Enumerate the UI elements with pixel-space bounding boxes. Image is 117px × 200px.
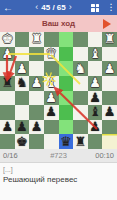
square-f1[interactable]: ♜	[29, 32, 44, 47]
square-c8[interactable]: ♜	[73, 134, 88, 149]
move-prompt-bar: Ваш ход	[0, 15, 117, 32]
square-b1[interactable]	[88, 32, 103, 47]
square-a1[interactable]: ♜	[102, 32, 117, 47]
square-a2[interactable]	[102, 47, 117, 62]
square-c3[interactable]: ♞	[73, 61, 88, 76]
caption-ellipsis: [...]	[0, 163, 117, 173]
square-h1[interactable]: ♚	[0, 32, 15, 47]
square-b8[interactable]	[88, 134, 103, 149]
square-f2[interactable]	[29, 47, 44, 62]
piece-wP-g3[interactable]: ♟	[16, 62, 28, 76]
piece-wB-e4[interactable]: ♝	[45, 76, 57, 90]
square-d5[interactable]	[59, 91, 74, 106]
puzzle-list-grid-icon[interactable]	[91, 4, 99, 12]
square-h6[interactable]	[0, 105, 15, 120]
square-b4[interactable]: ♟	[88, 76, 103, 91]
square-a5[interactable]	[102, 91, 117, 106]
square-h2[interactable]: ♟	[0, 47, 15, 62]
chapter-title: Решающий перевес	[0, 173, 117, 184]
square-e7[interactable]	[44, 120, 59, 135]
square-d2[interactable]	[59, 47, 74, 62]
piece-bP-b5[interactable]: ♟	[89, 91, 101, 105]
square-b6[interactable]: ♝	[88, 105, 103, 120]
piece-wP-h2[interactable]: ♟	[1, 47, 13, 61]
puzzle-number-label: #723	[36, 151, 81, 160]
puzzle-pager: ‹ 45 / 65 ›	[16, 0, 91, 15]
square-g2[interactable]	[15, 47, 30, 62]
square-e3[interactable]	[44, 61, 59, 76]
square-g5[interactable]	[15, 91, 30, 106]
overflow-menu-icon[interactable]: ⋮	[106, 0, 116, 15]
piece-wQ-e2[interactable]: ♛	[45, 47, 57, 61]
square-c1[interactable]	[73, 32, 88, 47]
square-e6[interactable]: ♟	[44, 105, 59, 120]
square-h8[interactable]	[0, 134, 15, 149]
square-d1[interactable]	[59, 32, 74, 47]
square-a8[interactable]	[102, 134, 117, 149]
next-puzzle-button[interactable]: ›	[69, 0, 72, 15]
square-c2[interactable]	[73, 47, 88, 62]
square-g4[interactable]: ♞	[15, 76, 30, 91]
piece-bR-c8[interactable]: ♜	[75, 135, 87, 149]
square-g7[interactable]: ♟	[15, 120, 30, 135]
square-f8[interactable]	[29, 134, 44, 149]
square-f6[interactable]	[29, 105, 44, 120]
prev-puzzle-button[interactable]: ‹	[35, 0, 38, 15]
square-b7[interactable]: ♟	[88, 120, 103, 135]
piece-wP-b4[interactable]: ♟	[89, 76, 101, 90]
square-f4[interactable]: ♟	[29, 76, 44, 91]
square-a7[interactable]	[102, 120, 117, 135]
square-f3[interactable]	[29, 61, 44, 76]
square-g6[interactable]	[15, 105, 30, 120]
square-d7[interactable]	[59, 120, 74, 135]
square-h4[interactable]: ♜	[0, 76, 15, 91]
piece-wN-c3[interactable]: ♞	[75, 62, 87, 76]
piece-bB-b6[interactable]: ♝	[89, 105, 101, 119]
square-e2[interactable]: ♛	[44, 47, 59, 62]
square-a3[interactable]: ♟	[102, 61, 117, 76]
square-f7[interactable]: ♟	[29, 120, 44, 135]
square-g3[interactable]: ♟	[15, 61, 30, 76]
your-move-label: Ваш ход	[0, 19, 103, 28]
piece-wR-a1[interactable]: ♜	[104, 32, 116, 46]
square-h5[interactable]	[0, 91, 15, 106]
piece-bN-g4[interactable]: ♞	[16, 76, 28, 90]
square-b3[interactable]	[88, 61, 103, 76]
square-d3[interactable]	[59, 61, 74, 76]
square-e4[interactable]: ♝	[44, 76, 59, 91]
score-label: 0/16	[0, 151, 36, 160]
square-b2[interactable]: ♝	[88, 47, 103, 62]
status-bar: 0/16 #723 00:10	[0, 149, 117, 163]
timer-label: 00:10	[81, 151, 117, 160]
square-d6[interactable]	[59, 105, 74, 120]
back-arrow-icon[interactable]: ←	[0, 0, 16, 15]
square-c6[interactable]	[73, 105, 88, 120]
piece-bQ-d8[interactable]: ♛	[60, 135, 72, 149]
piece-wB-b2[interactable]: ♝	[89, 47, 101, 61]
piece-bP-e6[interactable]: ♟	[45, 105, 57, 119]
piece-bP-b7[interactable]: ♟	[89, 120, 101, 134]
puzzle-counter: 45 / 65	[41, 3, 65, 12]
piece-wP-e5[interactable]: ♟	[45, 91, 57, 105]
chess-board[interactable]: ♚♜♜♟♛♝♟♞♟♜♞♟♝♟♟♟♟♝♟♟♟♟♟♚♛♜	[0, 32, 117, 149]
piece-wP-a3[interactable]: ♟	[104, 62, 116, 76]
square-e8[interactable]	[44, 134, 59, 149]
square-h7[interactable]: ♟	[0, 120, 15, 135]
square-g1[interactable]	[15, 32, 30, 47]
square-g8[interactable]: ♚	[15, 134, 30, 149]
square-a4[interactable]	[102, 76, 117, 91]
piece-bR-h4[interactable]: ♜	[1, 76, 13, 90]
square-f5[interactable]	[29, 91, 44, 106]
piece-bP-g7[interactable]: ♟	[16, 120, 28, 134]
square-d4[interactable]	[59, 76, 74, 91]
square-c4[interactable]	[73, 76, 88, 91]
piece-wR-f1[interactable]: ♜	[31, 32, 43, 46]
square-d8[interactable]: ♛	[59, 134, 74, 149]
piece-bP-a6[interactable]: ♟	[104, 105, 116, 119]
square-h3[interactable]	[0, 61, 15, 76]
play-button[interactable]	[103, 19, 111, 29]
caption-area: [...] Решающий перевес	[0, 163, 117, 200]
piece-bP-f7[interactable]: ♟	[31, 120, 43, 134]
piece-bP-h7[interactable]: ♟	[1, 120, 13, 134]
square-a6[interactable]: ♟	[102, 105, 117, 120]
square-c7[interactable]	[73, 120, 88, 135]
square-b5[interactable]: ♟	[88, 91, 103, 106]
piece-bK-g8[interactable]: ♚	[16, 135, 28, 149]
square-e5[interactable]: ♟	[44, 91, 59, 106]
piece-wK-h1[interactable]: ♚	[1, 32, 13, 46]
square-c5[interactable]	[73, 91, 88, 106]
square-e1[interactable]	[44, 32, 59, 47]
top-nav-bar: ← ‹ 45 / 65 › ⋮	[0, 0, 117, 15]
piece-wP-f4[interactable]: ♟	[31, 76, 43, 90]
